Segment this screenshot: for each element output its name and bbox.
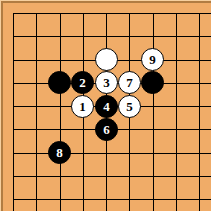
move-number-label: 6 bbox=[103, 123, 110, 136]
stone-white-5: 5 bbox=[118, 95, 141, 118]
grid-line-horizontal bbox=[13, 199, 211, 200]
grid-line-horizontal bbox=[13, 36, 211, 37]
stone-black-8: 8 bbox=[48, 141, 71, 164]
move-number-label: 5 bbox=[126, 100, 133, 113]
stone-black-2: 2 bbox=[71, 71, 94, 94]
move-number-label: 9 bbox=[149, 53, 156, 66]
go-board-diagram: 923714568 bbox=[0, 0, 211, 211]
grid-line-horizontal bbox=[13, 153, 211, 154]
stone-white-9: 9 bbox=[141, 48, 164, 71]
grid-line-horizontal bbox=[13, 13, 211, 14]
move-number-label: 4 bbox=[103, 100, 110, 113]
move-number-label: 2 bbox=[79, 76, 86, 89]
move-number-label: 7 bbox=[126, 76, 133, 89]
grid-line-vertical bbox=[13, 13, 14, 211]
move-number-label: 8 bbox=[56, 146, 63, 159]
move-number-label: 1 bbox=[79, 100, 86, 113]
stone-white-1: 1 bbox=[71, 95, 94, 118]
grid-line-vertical bbox=[176, 13, 177, 211]
stone-black-4: 4 bbox=[95, 95, 118, 118]
grid-line-vertical bbox=[153, 13, 154, 211]
stone-black-6: 6 bbox=[95, 118, 118, 141]
stone-black bbox=[141, 71, 164, 94]
grid-line-vertical bbox=[60, 13, 61, 211]
move-number-label: 3 bbox=[103, 76, 110, 89]
go-board: 923714568 bbox=[0, 0, 211, 211]
stone-white-3: 3 bbox=[95, 71, 118, 94]
stone-white-7: 7 bbox=[118, 71, 141, 94]
grid-line-vertical bbox=[36, 13, 37, 211]
stone-black bbox=[48, 71, 71, 94]
stone-white bbox=[95, 48, 118, 71]
grid-line-horizontal bbox=[13, 176, 211, 177]
grid-line-vertical bbox=[199, 13, 200, 211]
